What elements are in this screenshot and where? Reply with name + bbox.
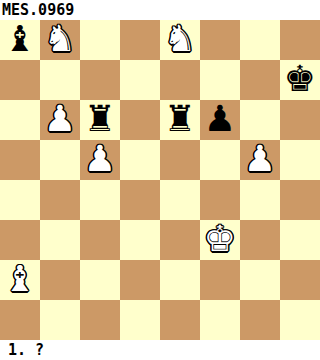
square-b4[interactable]	[40, 180, 80, 220]
square-h5[interactable]	[280, 140, 320, 180]
square-h7[interactable]: ♚	[280, 60, 320, 100]
square-c4[interactable]	[80, 180, 120, 220]
piece-black-pawn: ♟	[204, 101, 236, 137]
square-c7[interactable]	[80, 60, 120, 100]
square-d5[interactable]	[120, 140, 160, 180]
square-h8[interactable]	[280, 20, 320, 60]
square-f4[interactable]	[200, 180, 240, 220]
square-h4[interactable]	[280, 180, 320, 220]
square-c5[interactable]: ♟	[80, 140, 120, 180]
chess-diagram-page: MES.0969 ♝♞♞♚♟♜♜♟♟♟♚♝ 1. ?	[0, 0, 320, 360]
square-a4[interactable]	[0, 180, 40, 220]
square-d6[interactable]	[120, 100, 160, 140]
square-b5[interactable]	[40, 140, 80, 180]
square-d7[interactable]	[120, 60, 160, 100]
diagram-title: MES.0969	[0, 0, 320, 20]
square-c1[interactable]	[80, 300, 120, 340]
square-c2[interactable]	[80, 260, 120, 300]
piece-white-bishop: ♝	[4, 261, 36, 297]
piece-black-rook: ♜	[164, 101, 196, 137]
square-g2[interactable]	[240, 260, 280, 300]
square-f3[interactable]: ♚	[200, 220, 240, 260]
square-h2[interactable]	[280, 260, 320, 300]
square-h6[interactable]	[280, 100, 320, 140]
square-c6[interactable]: ♜	[80, 100, 120, 140]
square-f5[interactable]	[200, 140, 240, 180]
square-e4[interactable]	[160, 180, 200, 220]
square-c8[interactable]	[80, 20, 120, 60]
square-b6[interactable]: ♟	[40, 100, 80, 140]
square-a8[interactable]: ♝	[0, 20, 40, 60]
square-f2[interactable]	[200, 260, 240, 300]
chess-board: ♝♞♞♚♟♜♜♟♟♟♚♝	[0, 20, 320, 340]
square-e1[interactable]	[160, 300, 200, 340]
square-g6[interactable]	[240, 100, 280, 140]
move-prompt: 1. ?	[0, 340, 320, 360]
piece-white-pawn: ♟	[44, 101, 76, 137]
piece-black-rook: ♜	[84, 101, 116, 137]
square-d2[interactable]	[120, 260, 160, 300]
square-e7[interactable]	[160, 60, 200, 100]
square-f6[interactable]: ♟	[200, 100, 240, 140]
square-h1[interactable]	[280, 300, 320, 340]
square-f8[interactable]	[200, 20, 240, 60]
square-d3[interactable]	[120, 220, 160, 260]
piece-white-pawn: ♟	[244, 141, 276, 177]
square-a5[interactable]	[0, 140, 40, 180]
square-g5[interactable]: ♟	[240, 140, 280, 180]
piece-white-pawn: ♟	[84, 141, 116, 177]
square-a3[interactable]	[0, 220, 40, 260]
square-b2[interactable]	[40, 260, 80, 300]
square-g1[interactable]	[240, 300, 280, 340]
piece-black-king: ♚	[284, 61, 316, 97]
square-a6[interactable]	[0, 100, 40, 140]
square-g4[interactable]	[240, 180, 280, 220]
square-g8[interactable]	[240, 20, 280, 60]
piece-white-knight: ♞	[44, 21, 76, 57]
square-e2[interactable]	[160, 260, 200, 300]
piece-white-knight: ♞	[164, 21, 196, 57]
square-e3[interactable]	[160, 220, 200, 260]
square-b3[interactable]	[40, 220, 80, 260]
square-b1[interactable]	[40, 300, 80, 340]
square-e5[interactable]	[160, 140, 200, 180]
piece-black-bishop: ♝	[4, 21, 36, 57]
square-h3[interactable]	[280, 220, 320, 260]
square-a2[interactable]: ♝	[0, 260, 40, 300]
square-d4[interactable]	[120, 180, 160, 220]
square-c3[interactable]	[80, 220, 120, 260]
square-g3[interactable]	[240, 220, 280, 260]
square-d8[interactable]	[120, 20, 160, 60]
square-g7[interactable]	[240, 60, 280, 100]
square-a1[interactable]	[0, 300, 40, 340]
square-b8[interactable]: ♞	[40, 20, 80, 60]
square-d1[interactable]	[120, 300, 160, 340]
square-e8[interactable]: ♞	[160, 20, 200, 60]
square-f1[interactable]	[200, 300, 240, 340]
square-a7[interactable]	[0, 60, 40, 100]
square-f7[interactable]	[200, 60, 240, 100]
piece-white-king: ♚	[204, 221, 236, 257]
square-b7[interactable]	[40, 60, 80, 100]
square-e6[interactable]: ♜	[160, 100, 200, 140]
